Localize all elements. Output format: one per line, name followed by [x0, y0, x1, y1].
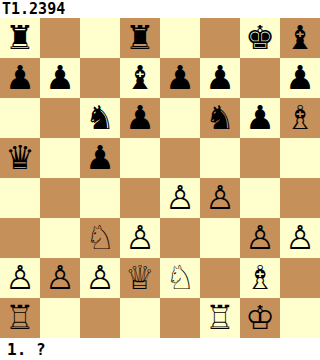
- piece-white-pawn[interactable]: ♙: [245, 218, 275, 258]
- piece-white-king[interactable]: ♔: [245, 298, 275, 338]
- chess-board: ♜♜♚♝♟♟♝♟♟♟♞♟♞♟♗♛♟♙♙♘♙♙♙♙♙♙♕♘♗♖♖♔: [0, 18, 320, 338]
- square-b6[interactable]: [40, 98, 80, 138]
- piece-white-knight[interactable]: ♘: [85, 218, 115, 258]
- piece-white-pawn[interactable]: ♙: [5, 258, 35, 298]
- square-f8[interactable]: [200, 18, 240, 58]
- move-prompt: 1. ?: [0, 340, 46, 359]
- piece-white-pawn[interactable]: ♙: [205, 178, 235, 218]
- square-c1[interactable]: [80, 298, 120, 338]
- square-c6[interactable]: ♞: [80, 98, 120, 138]
- piece-black-pawn[interactable]: ♟: [125, 98, 155, 138]
- piece-black-bishop[interactable]: ♝: [125, 58, 155, 98]
- piece-black-pawn[interactable]: ♟: [245, 98, 275, 138]
- piece-white-bishop[interactable]: ♗: [285, 98, 315, 138]
- piece-black-knight[interactable]: ♞: [205, 98, 235, 138]
- square-g5[interactable]: [240, 138, 280, 178]
- piece-white-rook[interactable]: ♖: [5, 298, 35, 338]
- title-bar: T1.2394: [0, 0, 320, 18]
- piece-black-king[interactable]: ♚: [245, 18, 275, 58]
- piece-black-bishop[interactable]: ♝: [285, 18, 315, 58]
- piece-white-bishop[interactable]: ♗: [245, 258, 275, 298]
- square-g8[interactable]: ♚: [240, 18, 280, 58]
- square-h1[interactable]: [280, 298, 320, 338]
- square-e3[interactable]: [160, 218, 200, 258]
- square-d7[interactable]: ♝: [120, 58, 160, 98]
- piece-white-rook[interactable]: ♖: [205, 298, 235, 338]
- square-c2[interactable]: ♙: [80, 258, 120, 298]
- piece-white-pawn[interactable]: ♙: [45, 258, 75, 298]
- square-a2[interactable]: ♙: [0, 258, 40, 298]
- square-e1[interactable]: [160, 298, 200, 338]
- square-g1[interactable]: ♔: [240, 298, 280, 338]
- square-e5[interactable]: [160, 138, 200, 178]
- square-c4[interactable]: [80, 178, 120, 218]
- piece-black-queen[interactable]: ♛: [5, 138, 35, 178]
- piece-black-pawn[interactable]: ♟: [205, 58, 235, 98]
- square-h4[interactable]: [280, 178, 320, 218]
- square-a6[interactable]: [0, 98, 40, 138]
- square-a8[interactable]: ♜: [0, 18, 40, 58]
- square-c5[interactable]: ♟: [80, 138, 120, 178]
- square-h8[interactable]: ♝: [280, 18, 320, 58]
- square-e6[interactable]: [160, 98, 200, 138]
- piece-white-pawn[interactable]: ♙: [85, 258, 115, 298]
- piece-black-pawn[interactable]: ♟: [45, 58, 75, 98]
- square-f4[interactable]: ♙: [200, 178, 240, 218]
- square-d4[interactable]: [120, 178, 160, 218]
- square-f7[interactable]: ♟: [200, 58, 240, 98]
- square-h6[interactable]: ♗: [280, 98, 320, 138]
- puzzle-title: T1.2394: [0, 0, 65, 18]
- square-e8[interactable]: [160, 18, 200, 58]
- square-b1[interactable]: [40, 298, 80, 338]
- square-d8[interactable]: ♜: [120, 18, 160, 58]
- square-h3[interactable]: ♙: [280, 218, 320, 258]
- square-g7[interactable]: [240, 58, 280, 98]
- square-h7[interactable]: ♟: [280, 58, 320, 98]
- square-f2[interactable]: [200, 258, 240, 298]
- piece-black-knight[interactable]: ♞: [85, 98, 115, 138]
- square-b8[interactable]: [40, 18, 80, 58]
- square-g3[interactable]: ♙: [240, 218, 280, 258]
- piece-black-pawn[interactable]: ♟: [5, 58, 35, 98]
- square-b5[interactable]: [40, 138, 80, 178]
- status-bar: 1. ?: [0, 338, 320, 360]
- square-b3[interactable]: [40, 218, 80, 258]
- piece-white-knight[interactable]: ♘: [165, 258, 195, 298]
- piece-black-rook[interactable]: ♜: [125, 18, 155, 58]
- square-a3[interactable]: [0, 218, 40, 258]
- piece-white-pawn[interactable]: ♙: [125, 218, 155, 258]
- square-e7[interactable]: ♟: [160, 58, 200, 98]
- square-h5[interactable]: [280, 138, 320, 178]
- square-f6[interactable]: ♞: [200, 98, 240, 138]
- square-d2[interactable]: ♕: [120, 258, 160, 298]
- square-f5[interactable]: [200, 138, 240, 178]
- square-a5[interactable]: ♛: [0, 138, 40, 178]
- square-c3[interactable]: ♘: [80, 218, 120, 258]
- square-f1[interactable]: ♖: [200, 298, 240, 338]
- piece-white-pawn[interactable]: ♙: [165, 178, 195, 218]
- square-c8[interactable]: [80, 18, 120, 58]
- square-d5[interactable]: [120, 138, 160, 178]
- square-g6[interactable]: ♟: [240, 98, 280, 138]
- piece-black-rook[interactable]: ♜: [5, 18, 35, 58]
- square-a1[interactable]: ♖: [0, 298, 40, 338]
- piece-white-pawn[interactable]: ♙: [285, 218, 315, 258]
- square-d6[interactable]: ♟: [120, 98, 160, 138]
- square-e4[interactable]: ♙: [160, 178, 200, 218]
- square-d3[interactable]: ♙: [120, 218, 160, 258]
- piece-black-pawn[interactable]: ♟: [285, 58, 315, 98]
- square-h2[interactable]: [280, 258, 320, 298]
- piece-black-pawn[interactable]: ♟: [85, 138, 115, 178]
- square-b4[interactable]: [40, 178, 80, 218]
- square-b7[interactable]: ♟: [40, 58, 80, 98]
- square-a4[interactable]: [0, 178, 40, 218]
- square-f3[interactable]: [200, 218, 240, 258]
- square-c7[interactable]: [80, 58, 120, 98]
- square-g2[interactable]: ♗: [240, 258, 280, 298]
- square-e2[interactable]: ♘: [160, 258, 200, 298]
- square-g4[interactable]: [240, 178, 280, 218]
- piece-white-queen[interactable]: ♕: [125, 258, 155, 298]
- piece-black-pawn[interactable]: ♟: [165, 58, 195, 98]
- square-b2[interactable]: ♙: [40, 258, 80, 298]
- square-a7[interactable]: ♟: [0, 58, 40, 98]
- square-d1[interactable]: [120, 298, 160, 338]
